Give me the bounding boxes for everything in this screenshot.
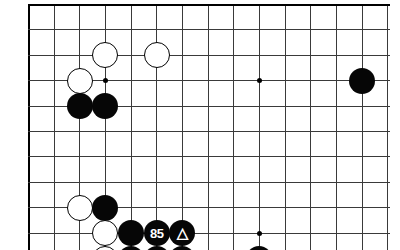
grid-vertical-line <box>387 4 388 250</box>
stone-white-C16 <box>67 68 93 94</box>
stone-white-D17 <box>92 42 118 68</box>
stone-black-G9 <box>169 246 195 250</box>
grid-vertical-line <box>259 4 260 250</box>
stone-black-K9 <box>246 246 272 250</box>
move-number-label: 85 <box>150 227 163 240</box>
grid-horizontal-line <box>28 29 390 30</box>
go-board-diagram: 85△ <box>0 0 400 250</box>
grid-vertical-line <box>208 4 209 250</box>
grid-vertical-line <box>336 4 337 250</box>
star-point-K10 <box>257 231 262 236</box>
stone-black-F9 <box>144 246 170 250</box>
stone-black-D11 <box>92 195 118 221</box>
stone-white-C11 <box>67 195 93 221</box>
grid-horizontal-line <box>28 55 390 56</box>
grid-vertical-line <box>362 4 363 250</box>
grid-horizontal-line <box>28 131 390 132</box>
stone-black-E10 <box>118 220 144 246</box>
stone-black-D15 <box>92 93 118 119</box>
stone-white-F17 <box>144 42 170 68</box>
stone-black-E9 <box>118 246 144 250</box>
grid-vertical-line <box>285 4 286 250</box>
grid-vertical-line <box>28 4 30 250</box>
stone-white-D9 <box>92 246 118 250</box>
triangle-mark: △ <box>177 225 189 240</box>
star-point-D16 <box>103 78 108 83</box>
grid-vertical-line <box>182 4 183 250</box>
stone-black-F10: 85 <box>144 220 170 246</box>
grid-vertical-line <box>131 4 132 250</box>
grid-horizontal-line <box>28 156 390 157</box>
grid-vertical-line <box>54 4 55 250</box>
stone-black-O16 <box>349 68 375 94</box>
grid-vertical-line <box>310 4 311 250</box>
stone-white-D10 <box>92 220 118 246</box>
stone-black-C15 <box>67 93 93 119</box>
grid-horizontal-line <box>28 233 390 234</box>
star-point-K16 <box>257 78 262 83</box>
grid-vertical-line <box>233 4 234 250</box>
stone-black-G10: △ <box>169 220 195 246</box>
grid-vertical-line <box>156 4 157 250</box>
grid-horizontal-line <box>28 4 390 6</box>
grid-horizontal-line <box>28 182 390 183</box>
